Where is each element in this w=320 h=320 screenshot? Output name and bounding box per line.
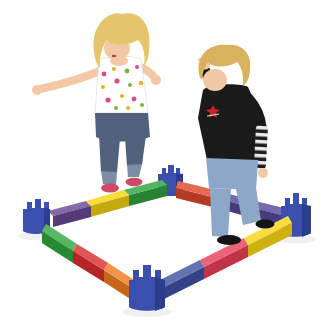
corner-post-front (129, 265, 165, 311)
beam-highlight (42, 224, 139, 290)
girl-figure (32, 13, 161, 192)
girl-mouth (112, 55, 116, 58)
girl-left-cuff (101, 171, 117, 185)
polka-dot (102, 72, 107, 77)
girl-right-shoe (126, 178, 143, 186)
girl-right-hand (32, 85, 42, 95)
polka-dot (135, 65, 139, 69)
polka-dot (132, 97, 137, 102)
scene-canvas (0, 0, 320, 320)
post-side (302, 204, 311, 237)
girl-right-arm (40, 70, 102, 89)
product-photo (0, 0, 320, 320)
boy-right-shoe (256, 220, 275, 229)
polka-dot (125, 69, 130, 74)
boy-face (203, 69, 227, 91)
polka-dot (114, 78, 119, 83)
polka-dot (105, 97, 110, 102)
polka-dot (140, 103, 144, 107)
boy-right-leg (236, 188, 261, 225)
boy-jeans-hips (206, 158, 258, 190)
beam-shading (42, 231, 135, 302)
polka-dot (139, 81, 143, 85)
girl-left-shoe (101, 184, 119, 193)
boy-left-shoe (217, 235, 241, 245)
boy-left-leg (210, 188, 231, 237)
boy-left-hand (258, 168, 268, 178)
polka-dot (114, 106, 118, 110)
polka-dot (112, 67, 116, 71)
polka-dot (126, 106, 130, 110)
girl-right-cuff (127, 164, 142, 177)
beam-front-left (42, 224, 139, 302)
polka-dot (120, 94, 124, 98)
girl-left-hand (151, 75, 161, 85)
girl-left-leg (99, 135, 120, 173)
polka-dot (128, 83, 132, 87)
girl-right-leg (125, 135, 146, 166)
polka-dot (101, 85, 105, 89)
post-side (155, 277, 165, 311)
